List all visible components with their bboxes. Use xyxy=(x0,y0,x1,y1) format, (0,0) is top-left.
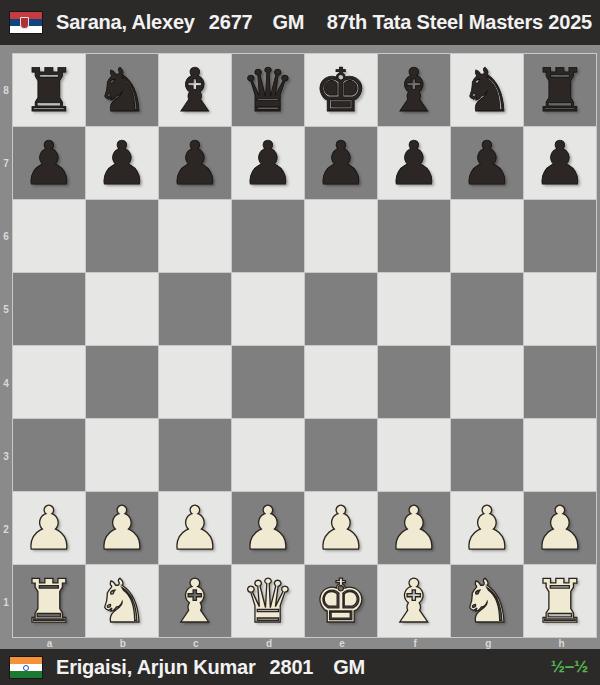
broadcast-diagram: Sarana, Alexey 2677 GM 87th Tata Steel M… xyxy=(0,0,600,685)
piece-black-knight: ♞ xyxy=(460,60,514,120)
square-e7[interactable]: ♟ xyxy=(305,127,377,199)
square-a3[interactable] xyxy=(13,419,85,491)
white-player-info: Erigaisi, Arjun Kumar 2801 GM xyxy=(56,656,365,679)
square-h2[interactable]: ♟ xyxy=(524,492,596,564)
chess-board: 87654321 ♜♞♝♛♚♝♞♜♟♟♟♟♟♟♟♟♟♟♟♟♟♟♟♟♜♞♝♛♚♝♞… xyxy=(0,45,600,649)
square-b1[interactable]: ♞ xyxy=(86,565,158,637)
square-c8[interactable]: ♝ xyxy=(159,54,231,126)
piece-white-knight: ♞ xyxy=(460,571,514,631)
square-f4[interactable] xyxy=(378,346,450,418)
square-h8[interactable]: ♜ xyxy=(524,54,596,126)
piece-black-pawn: ♟ xyxy=(533,133,587,193)
square-f5[interactable] xyxy=(378,273,450,345)
square-g6[interactable] xyxy=(451,200,523,272)
square-a7[interactable]: ♟ xyxy=(13,127,85,199)
piece-white-queen: ♛ xyxy=(241,571,295,631)
square-h6[interactable] xyxy=(524,200,596,272)
square-c1[interactable]: ♝ xyxy=(159,565,231,637)
piece-white-pawn: ♟ xyxy=(168,498,222,558)
square-d7[interactable]: ♟ xyxy=(232,127,304,199)
piece-black-rook: ♜ xyxy=(533,60,587,120)
square-f6[interactable] xyxy=(378,200,450,272)
square-f8[interactable]: ♝ xyxy=(378,54,450,126)
piece-white-pawn: ♟ xyxy=(387,498,441,558)
square-e6[interactable] xyxy=(305,200,377,272)
piece-white-pawn: ♟ xyxy=(460,498,514,558)
piece-white-bishop: ♝ xyxy=(168,571,222,631)
piece-white-pawn: ♟ xyxy=(241,498,295,558)
file-label-g: g xyxy=(452,637,525,649)
square-g8[interactable]: ♞ xyxy=(451,54,523,126)
square-a1[interactable]: ♜ xyxy=(13,565,85,637)
black-player-title: GM xyxy=(272,11,304,34)
piece-black-pawn: ♟ xyxy=(168,133,222,193)
piece-white-rook: ♜ xyxy=(533,571,587,631)
piece-black-knight: ♞ xyxy=(95,60,149,120)
square-d6[interactable] xyxy=(232,200,304,272)
square-c5[interactable] xyxy=(159,273,231,345)
square-b3[interactable] xyxy=(86,419,158,491)
white-player-rating: 2801 xyxy=(270,656,314,679)
square-a4[interactable] xyxy=(13,346,85,418)
square-d3[interactable] xyxy=(232,419,304,491)
square-c4[interactable] xyxy=(159,346,231,418)
square-f1[interactable]: ♝ xyxy=(378,565,450,637)
piece-black-pawn: ♟ xyxy=(314,133,368,193)
square-c3[interactable] xyxy=(159,419,231,491)
piece-black-queen: ♛ xyxy=(241,60,295,120)
square-f3[interactable] xyxy=(378,419,450,491)
square-a2[interactable]: ♟ xyxy=(13,492,85,564)
square-d4[interactable] xyxy=(232,346,304,418)
square-g7[interactable]: ♟ xyxy=(451,127,523,199)
square-e4[interactable] xyxy=(305,346,377,418)
event-title: 87th Tata Steel Masters 2025 xyxy=(327,11,592,34)
game-result: ½–½ xyxy=(551,657,588,677)
square-e8[interactable]: ♚ xyxy=(305,54,377,126)
square-e2[interactable]: ♟ xyxy=(305,492,377,564)
piece-white-pawn: ♟ xyxy=(533,498,587,558)
square-c6[interactable] xyxy=(159,200,231,272)
square-g1[interactable]: ♞ xyxy=(451,565,523,637)
square-b7[interactable]: ♟ xyxy=(86,127,158,199)
file-label-d: d xyxy=(232,637,305,649)
bottom-player-bar: Erigaisi, Arjun Kumar 2801 GM ½–½ xyxy=(0,649,600,685)
white-player-name: Erigaisi, Arjun Kumar xyxy=(56,656,256,679)
black-player-name: Sarana, Alexey xyxy=(56,11,195,34)
rank-label-8: 8 xyxy=(0,54,12,127)
rank-label-4: 4 xyxy=(0,347,12,420)
india-flag-icon xyxy=(10,657,42,678)
square-b4[interactable] xyxy=(86,346,158,418)
square-e1[interactable]: ♚ xyxy=(305,565,377,637)
black-player-info: Sarana, Alexey 2677 GM xyxy=(56,11,304,34)
square-g2[interactable]: ♟ xyxy=(451,492,523,564)
square-g5[interactable] xyxy=(451,273,523,345)
square-a8[interactable]: ♜ xyxy=(13,54,85,126)
square-e5[interactable] xyxy=(305,273,377,345)
square-f7[interactable]: ♟ xyxy=(378,127,450,199)
serbia-flag-icon xyxy=(10,12,42,33)
square-d2[interactable]: ♟ xyxy=(232,492,304,564)
piece-black-pawn: ♟ xyxy=(95,133,149,193)
file-label-f: f xyxy=(379,637,452,649)
piece-white-pawn: ♟ xyxy=(22,498,76,558)
piece-white-pawn: ♟ xyxy=(95,498,149,558)
piece-black-pawn: ♟ xyxy=(387,133,441,193)
board-grid: ♜♞♝♛♚♝♞♜♟♟♟♟♟♟♟♟♟♟♟♟♟♟♟♟♜♞♝♛♚♝♞♜ xyxy=(12,53,597,638)
square-b5[interactable] xyxy=(86,273,158,345)
rank-label-2: 2 xyxy=(0,493,12,566)
piece-black-pawn: ♟ xyxy=(22,133,76,193)
file-label-c: c xyxy=(159,637,232,649)
square-b6[interactable] xyxy=(86,200,158,272)
square-h5[interactable] xyxy=(524,273,596,345)
file-labels: abcdefgh xyxy=(13,637,598,649)
square-e3[interactable] xyxy=(305,419,377,491)
square-h1[interactable]: ♜ xyxy=(524,565,596,637)
piece-black-pawn: ♟ xyxy=(460,133,514,193)
india-chakra xyxy=(23,665,29,671)
square-b2[interactable]: ♟ xyxy=(86,492,158,564)
file-label-h: h xyxy=(525,637,598,649)
square-f2[interactable]: ♟ xyxy=(378,492,450,564)
piece-black-bishop: ♝ xyxy=(168,60,222,120)
square-a5[interactable] xyxy=(13,273,85,345)
piece-black-bishop: ♝ xyxy=(387,60,441,120)
rank-label-7: 7 xyxy=(0,127,12,200)
square-h4[interactable] xyxy=(524,346,596,418)
square-d1[interactable]: ♛ xyxy=(232,565,304,637)
square-h3[interactable] xyxy=(524,419,596,491)
rank-label-5: 5 xyxy=(0,273,12,346)
piece-white-bishop: ♝ xyxy=(387,571,441,631)
white-player-title: GM xyxy=(333,656,365,679)
file-label-a: a xyxy=(13,637,86,649)
piece-black-king: ♚ xyxy=(314,60,368,120)
rank-label-1: 1 xyxy=(0,566,12,639)
rank-label-6: 6 xyxy=(0,200,12,273)
black-player-rating: 2677 xyxy=(209,11,253,34)
square-a6[interactable] xyxy=(13,200,85,272)
square-b8[interactable]: ♞ xyxy=(86,54,158,126)
square-c2[interactable]: ♟ xyxy=(159,492,231,564)
piece-white-king: ♚ xyxy=(314,571,368,631)
file-label-e: e xyxy=(306,637,379,649)
square-d5[interactable] xyxy=(232,273,304,345)
square-h7[interactable]: ♟ xyxy=(524,127,596,199)
piece-black-rook: ♜ xyxy=(22,60,76,120)
square-g4[interactable] xyxy=(451,346,523,418)
serbia-coat-of-arms xyxy=(20,17,29,29)
square-d8[interactable]: ♛ xyxy=(232,54,304,126)
piece-white-rook: ♜ xyxy=(22,571,76,631)
piece-white-knight: ♞ xyxy=(95,571,149,631)
file-label-b: b xyxy=(86,637,159,649)
top-player-bar: Sarana, Alexey 2677 GM 87th Tata Steel M… xyxy=(0,0,600,45)
piece-black-pawn: ♟ xyxy=(241,133,295,193)
rank-labels: 87654321 xyxy=(0,54,12,639)
rank-label-3: 3 xyxy=(0,420,12,493)
square-g3[interactable] xyxy=(451,419,523,491)
piece-white-pawn: ♟ xyxy=(314,498,368,558)
square-c7[interactable]: ♟ xyxy=(159,127,231,199)
